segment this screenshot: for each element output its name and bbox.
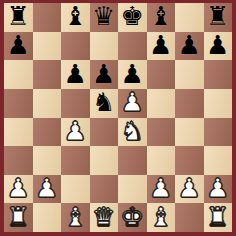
square-f2[interactable]: ♟ bbox=[147, 175, 176, 204]
square-d7[interactable] bbox=[90, 32, 119, 61]
square-e6[interactable]: ♟ bbox=[118, 60, 147, 89]
square-b4[interactable] bbox=[33, 118, 62, 147]
square-c1[interactable]: ♝ bbox=[61, 203, 90, 232]
piece-white-pawn[interactable]: ♟ bbox=[121, 89, 144, 115]
square-h3[interactable] bbox=[204, 146, 233, 175]
square-d3[interactable] bbox=[90, 146, 119, 175]
square-f7[interactable]: ♟ bbox=[147, 32, 176, 61]
square-f3[interactable] bbox=[147, 146, 176, 175]
square-a3[interactable] bbox=[4, 146, 33, 175]
square-g1[interactable] bbox=[175, 203, 204, 232]
square-a5[interactable] bbox=[4, 89, 33, 118]
square-d8[interactable]: ♛ bbox=[90, 3, 119, 32]
square-c4[interactable]: ♟ bbox=[61, 118, 90, 147]
piece-black-pawn[interactable]: ♟ bbox=[121, 61, 144, 87]
piece-white-bishop[interactable]: ♝ bbox=[64, 204, 87, 230]
square-d5[interactable]: ♞ bbox=[90, 89, 119, 118]
square-h5[interactable] bbox=[204, 89, 233, 118]
square-c8[interactable]: ♝ bbox=[61, 3, 90, 32]
piece-black-pawn[interactable]: ♟ bbox=[149, 32, 172, 58]
square-g3[interactable] bbox=[175, 146, 204, 175]
square-e1[interactable]: ♚ bbox=[118, 203, 147, 232]
square-g8[interactable] bbox=[175, 3, 204, 32]
piece-black-queen[interactable]: ♛ bbox=[92, 3, 115, 29]
piece-black-rook[interactable]: ♜ bbox=[7, 3, 30, 29]
square-b2[interactable]: ♟ bbox=[33, 175, 62, 204]
piece-black-pawn[interactable]: ♟ bbox=[178, 32, 201, 58]
square-d1[interactable]: ♛ bbox=[90, 203, 119, 232]
square-b1[interactable] bbox=[33, 203, 62, 232]
piece-black-pawn[interactable]: ♟ bbox=[64, 61, 87, 87]
square-c6[interactable]: ♟ bbox=[61, 60, 90, 89]
square-e5[interactable]: ♟ bbox=[118, 89, 147, 118]
square-a6[interactable] bbox=[4, 60, 33, 89]
square-e2[interactable] bbox=[118, 175, 147, 204]
piece-white-pawn[interactable]: ♟ bbox=[7, 175, 30, 201]
piece-black-bishop[interactable]: ♝ bbox=[64, 3, 87, 29]
square-g6[interactable] bbox=[175, 60, 204, 89]
square-a7[interactable]: ♟ bbox=[4, 32, 33, 61]
square-g4[interactable] bbox=[175, 118, 204, 147]
square-f4[interactable] bbox=[147, 118, 176, 147]
square-e3[interactable] bbox=[118, 146, 147, 175]
square-g2[interactable]: ♟ bbox=[175, 175, 204, 204]
piece-white-pawn[interactable]: ♟ bbox=[35, 175, 58, 201]
square-c7[interactable] bbox=[61, 32, 90, 61]
square-b8[interactable] bbox=[33, 3, 62, 32]
square-b3[interactable] bbox=[33, 146, 62, 175]
square-f5[interactable] bbox=[147, 89, 176, 118]
square-e8[interactable]: ♚ bbox=[118, 3, 147, 32]
square-d6[interactable]: ♟ bbox=[90, 60, 119, 89]
square-d4[interactable] bbox=[90, 118, 119, 147]
square-h6[interactable] bbox=[204, 60, 233, 89]
square-h1[interactable]: ♜ bbox=[204, 203, 233, 232]
piece-black-bishop[interactable]: ♝ bbox=[149, 3, 172, 29]
square-c3[interactable] bbox=[61, 146, 90, 175]
piece-white-knight[interactable]: ♞ bbox=[121, 118, 144, 144]
chess-board-frame: ♜♝♛♚♝♜♟♟♟♟♟♟♟♞♟♟♞♟♟♟♟♟♜♝♛♚♝♜ bbox=[0, 0, 236, 236]
square-a2[interactable]: ♟ bbox=[4, 175, 33, 204]
piece-white-king[interactable]: ♚ bbox=[121, 204, 144, 230]
square-b7[interactable] bbox=[33, 32, 62, 61]
piece-white-pawn[interactable]: ♟ bbox=[206, 175, 229, 201]
square-f6[interactable] bbox=[147, 60, 176, 89]
square-h7[interactable]: ♟ bbox=[204, 32, 233, 61]
piece-white-pawn[interactable]: ♟ bbox=[149, 175, 172, 201]
square-f1[interactable]: ♝ bbox=[147, 203, 176, 232]
square-e4[interactable]: ♞ bbox=[118, 118, 147, 147]
piece-white-pawn[interactable]: ♟ bbox=[178, 175, 201, 201]
piece-black-pawn[interactable]: ♟ bbox=[206, 32, 229, 58]
square-a1[interactable]: ♜ bbox=[4, 203, 33, 232]
piece-white-rook[interactable]: ♜ bbox=[206, 204, 229, 230]
square-g5[interactable] bbox=[175, 89, 204, 118]
square-h8[interactable]: ♜ bbox=[204, 3, 233, 32]
square-c2[interactable] bbox=[61, 175, 90, 204]
chess-board: ♜♝♛♚♝♜♟♟♟♟♟♟♟♞♟♟♞♟♟♟♟♟♜♝♛♚♝♜ bbox=[4, 3, 232, 232]
square-a8[interactable]: ♜ bbox=[4, 3, 33, 32]
piece-white-bishop[interactable]: ♝ bbox=[149, 204, 172, 230]
piece-white-pawn[interactable]: ♟ bbox=[64, 118, 87, 144]
square-d2[interactable] bbox=[90, 175, 119, 204]
square-b5[interactable] bbox=[33, 89, 62, 118]
piece-black-king[interactable]: ♚ bbox=[121, 3, 144, 29]
square-g7[interactable]: ♟ bbox=[175, 32, 204, 61]
piece-white-rook[interactable]: ♜ bbox=[7, 204, 30, 230]
square-c5[interactable] bbox=[61, 89, 90, 118]
piece-black-knight[interactable]: ♞ bbox=[92, 89, 115, 115]
square-h2[interactable]: ♟ bbox=[204, 175, 233, 204]
square-h4[interactable] bbox=[204, 118, 233, 147]
square-f8[interactable]: ♝ bbox=[147, 3, 176, 32]
piece-black-rook[interactable]: ♜ bbox=[206, 3, 229, 29]
piece-black-pawn[interactable]: ♟ bbox=[7, 32, 30, 58]
piece-white-queen[interactable]: ♛ bbox=[92, 204, 115, 230]
square-a4[interactable] bbox=[4, 118, 33, 147]
piece-black-pawn[interactable]: ♟ bbox=[92, 61, 115, 87]
square-e7[interactable] bbox=[118, 32, 147, 61]
square-b6[interactable] bbox=[33, 60, 62, 89]
